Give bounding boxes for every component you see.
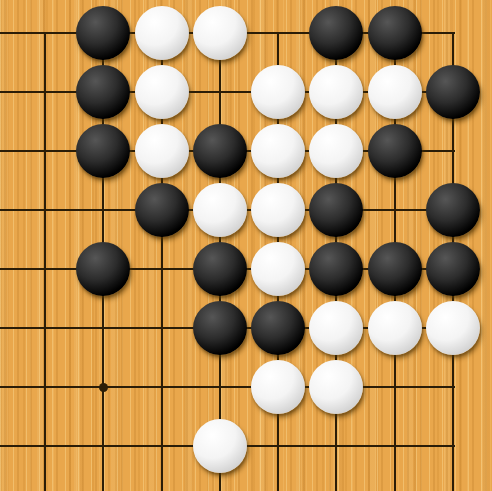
white-stone: [193, 6, 247, 60]
white-stone: [368, 65, 422, 119]
black-stone: [193, 124, 247, 178]
white-stone: [368, 301, 422, 355]
black-stone: [76, 65, 130, 119]
white-stone: [193, 183, 247, 237]
black-stone: [76, 124, 130, 178]
white-stone: [135, 124, 189, 178]
white-stone: [309, 360, 363, 414]
black-stone: [309, 6, 363, 60]
white-stone: [309, 65, 363, 119]
white-stone: [251, 65, 305, 119]
black-stone: [193, 301, 247, 355]
white-stone: [309, 301, 363, 355]
black-stone: [251, 301, 305, 355]
white-stone: [251, 183, 305, 237]
black-stone: [135, 183, 189, 237]
black-stone: [193, 242, 247, 296]
white-stone: [309, 124, 363, 178]
black-stone: [368, 242, 422, 296]
black-stone: [76, 242, 130, 296]
black-stone: [309, 183, 363, 237]
black-stone: [426, 183, 480, 237]
white-stone: [251, 124, 305, 178]
go-board[interactable]: [0, 0, 492, 491]
white-stone: [251, 360, 305, 414]
black-stone: [426, 65, 480, 119]
black-stone: [368, 6, 422, 60]
black-stone: [309, 242, 363, 296]
white-stone: [251, 242, 305, 296]
black-stone: [368, 124, 422, 178]
black-stone: [426, 242, 480, 296]
white-stone: [135, 65, 189, 119]
white-stone: [426, 301, 480, 355]
black-stone: [76, 6, 130, 60]
white-stone: [135, 6, 189, 60]
white-stone: [193, 419, 247, 473]
stones: [0, 0, 492, 491]
